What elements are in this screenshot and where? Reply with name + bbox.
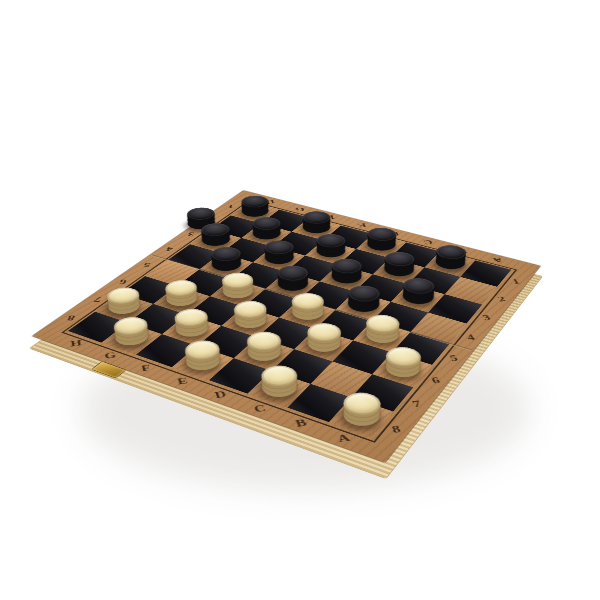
file-label-bottom-C: C — [247, 401, 272, 417]
file-label-bottom-G: G — [99, 349, 121, 362]
file-label-bottom-D: D — [208, 387, 232, 402]
rank-label-right-6: 6 — [423, 373, 448, 387]
file-label-bottom-B: B — [287, 415, 313, 431]
file-label-top-E: E — [352, 221, 371, 229]
rank-label-right-5: 5 — [442, 352, 467, 365]
file-label-bottom-F: F — [134, 361, 157, 375]
rank-label-left-1: 1 — [222, 203, 239, 210]
rank-label-right-2: 2 — [490, 293, 513, 304]
